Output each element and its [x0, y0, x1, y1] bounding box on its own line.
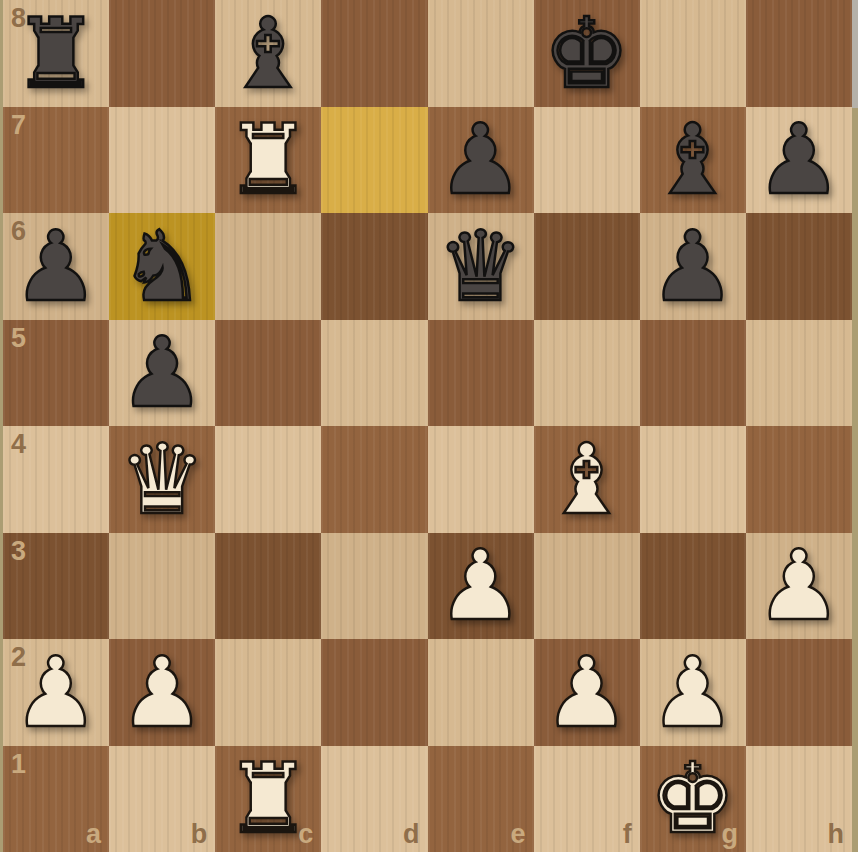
square-h4[interactable]: [746, 426, 852, 533]
rank-label-4: 4: [11, 429, 26, 460]
square-h1[interactable]: h: [746, 746, 852, 852]
square-a5[interactable]: 5: [3, 320, 109, 427]
file-label-b: b: [191, 819, 208, 850]
square-h6[interactable]: [746, 213, 852, 320]
square-g4[interactable]: [640, 426, 746, 533]
piece-black-pawn[interactable]: ♟: [649, 218, 736, 315]
piece-white-pawn[interactable]: ♟: [119, 644, 206, 741]
square-d2[interactable]: [321, 639, 427, 746]
square-e8[interactable]: [428, 0, 534, 107]
chess-board-screenshot: 8♜♝♚7♜♟♝♟6♟♞♛♟5♟4♛♝3♟♟2♟♟♟♟1abc♜defg♚h: [0, 0, 858, 852]
piece-black-rook[interactable]: ♜: [13, 5, 100, 102]
square-a2[interactable]: 2♟: [3, 639, 109, 746]
square-d3[interactable]: [321, 533, 427, 640]
piece-white-pawn[interactable]: ♟: [543, 644, 630, 741]
square-h8[interactable]: [746, 0, 852, 107]
square-b2[interactable]: ♟: [109, 639, 215, 746]
square-e7[interactable]: ♟: [428, 107, 534, 214]
piece-black-queen[interactable]: ♛: [437, 218, 524, 315]
square-c5[interactable]: [215, 320, 321, 427]
square-f4[interactable]: ♝: [534, 426, 640, 533]
square-d8[interactable]: [321, 0, 427, 107]
square-f6[interactable]: [534, 213, 640, 320]
square-f3[interactable]: [534, 533, 640, 640]
square-e2[interactable]: [428, 639, 534, 746]
piece-white-queen[interactable]: ♛: [119, 431, 206, 528]
square-g6[interactable]: ♟: [640, 213, 746, 320]
square-b4[interactable]: ♛: [109, 426, 215, 533]
square-f5[interactable]: [534, 320, 640, 427]
square-b7[interactable]: [109, 107, 215, 214]
square-d7[interactable]: [321, 107, 427, 214]
piece-white-pawn[interactable]: ♟: [13, 644, 100, 741]
square-c4[interactable]: [215, 426, 321, 533]
file-label-d: d: [403, 819, 420, 850]
rank-label-5: 5: [11, 323, 26, 354]
piece-black-king[interactable]: ♚: [543, 5, 630, 102]
square-a1[interactable]: 1a: [3, 746, 109, 852]
chess-board: 8♜♝♚7♜♟♝♟6♟♞♛♟5♟4♛♝3♟♟2♟♟♟♟1abc♜defg♚h: [3, 0, 852, 852]
square-e6[interactable]: ♛: [428, 213, 534, 320]
square-b1[interactable]: b: [109, 746, 215, 852]
file-label-a: a: [86, 819, 101, 850]
piece-white-pawn[interactable]: ♟: [437, 537, 524, 634]
square-e1[interactable]: e: [428, 746, 534, 852]
square-d5[interactable]: [321, 320, 427, 427]
square-g7[interactable]: ♝: [640, 107, 746, 214]
square-f1[interactable]: f: [534, 746, 640, 852]
piece-white-bishop[interactable]: ♝: [543, 431, 630, 528]
square-a7[interactable]: 7: [3, 107, 109, 214]
piece-white-rook[interactable]: ♜: [225, 750, 312, 847]
square-c3[interactable]: [215, 533, 321, 640]
piece-white-king[interactable]: ♚: [649, 750, 736, 847]
square-b5[interactable]: ♟: [109, 320, 215, 427]
square-g3[interactable]: [640, 533, 746, 640]
rank-label-1: 1: [11, 749, 26, 780]
square-g2[interactable]: ♟: [640, 639, 746, 746]
square-a3[interactable]: 3: [3, 533, 109, 640]
square-a4[interactable]: 4: [3, 426, 109, 533]
square-g8[interactable]: [640, 0, 746, 107]
file-label-h: h: [828, 819, 845, 850]
square-c6[interactable]: [215, 213, 321, 320]
square-h7[interactable]: ♟: [746, 107, 852, 214]
piece-black-pawn[interactable]: ♟: [13, 218, 100, 315]
file-label-e: e: [511, 819, 526, 850]
piece-white-pawn[interactable]: ♟: [755, 537, 842, 634]
square-b6[interactable]: ♞: [109, 213, 215, 320]
board-right-edge: [852, 0, 858, 108]
square-c7[interactable]: ♜: [215, 107, 321, 214]
square-h3[interactable]: ♟: [746, 533, 852, 640]
square-c1[interactable]: c♜: [215, 746, 321, 852]
square-e3[interactable]: ♟: [428, 533, 534, 640]
square-c8[interactable]: ♝: [215, 0, 321, 107]
piece-black-bishop[interactable]: ♝: [225, 5, 312, 102]
piece-black-pawn[interactable]: ♟: [755, 111, 842, 208]
square-h5[interactable]: [746, 320, 852, 427]
square-f7[interactable]: [534, 107, 640, 214]
square-f2[interactable]: ♟: [534, 639, 640, 746]
square-g1[interactable]: g♚: [640, 746, 746, 852]
square-e4[interactable]: [428, 426, 534, 533]
piece-black-pawn[interactable]: ♟: [437, 111, 524, 208]
rank-label-3: 3: [11, 536, 26, 567]
square-f8[interactable]: ♚: [534, 0, 640, 107]
square-b3[interactable]: [109, 533, 215, 640]
square-g5[interactable]: [640, 320, 746, 427]
piece-black-bishop[interactable]: ♝: [649, 111, 736, 208]
square-a6[interactable]: 6♟: [3, 213, 109, 320]
square-a8[interactable]: 8♜: [3, 0, 109, 107]
piece-white-rook[interactable]: ♜: [225, 111, 312, 208]
square-d6[interactable]: [321, 213, 427, 320]
square-b8[interactable]: [109, 0, 215, 107]
square-e5[interactable]: [428, 320, 534, 427]
piece-black-knight[interactable]: ♞: [119, 218, 206, 315]
rank-label-7: 7: [11, 110, 26, 141]
square-c2[interactable]: [215, 639, 321, 746]
square-d1[interactable]: d: [321, 746, 427, 852]
piece-black-pawn[interactable]: ♟: [119, 324, 206, 421]
square-d4[interactable]: [321, 426, 427, 533]
file-label-f: f: [623, 819, 632, 850]
square-h2[interactable]: [746, 639, 852, 746]
piece-white-pawn[interactable]: ♟: [649, 644, 736, 741]
